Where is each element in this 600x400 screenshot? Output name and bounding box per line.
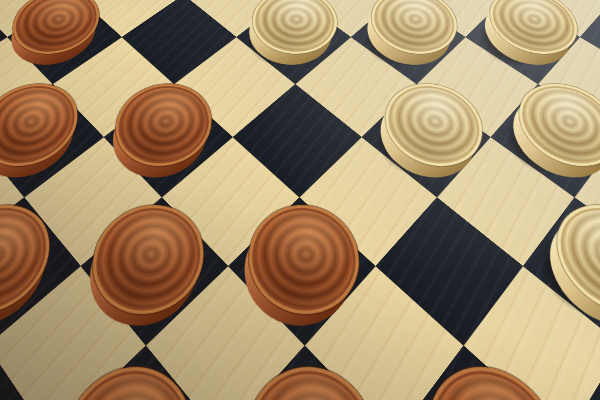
perspective-scene (0, 0, 600, 400)
checkers-board (0, 0, 600, 400)
board-photo (0, 0, 600, 400)
